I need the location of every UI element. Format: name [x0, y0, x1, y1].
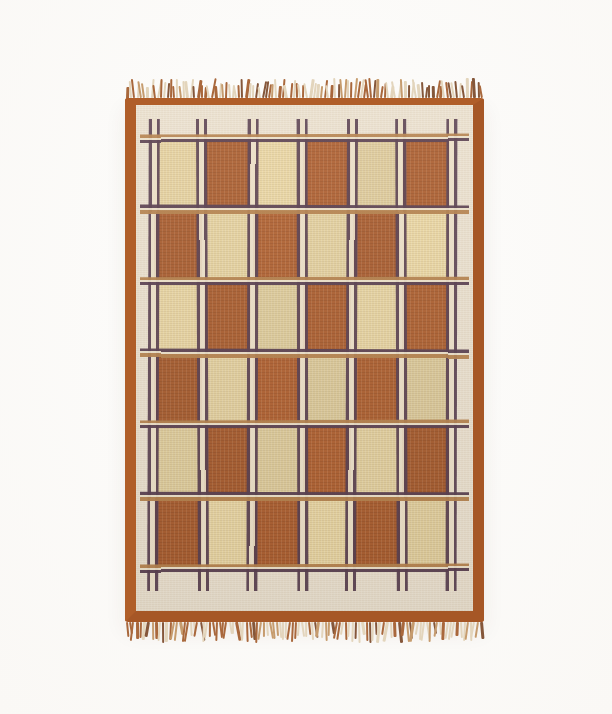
rug-block-r6c3	[252, 496, 302, 568]
rug-body	[125, 98, 484, 622]
fringe-thread	[239, 622, 243, 641]
rug-block-r1c3	[252, 138, 302, 210]
fringe-thread	[382, 622, 388, 642]
fringe-thread	[129, 81, 132, 98]
fringe-thread	[219, 622, 223, 638]
fringe-thread	[351, 622, 354, 642]
rug	[125, 76, 484, 643]
fringe-thread	[241, 79, 243, 98]
fringe-thread	[391, 81, 396, 98]
fringe-thread	[178, 86, 181, 98]
fringe-thread	[363, 84, 367, 98]
fringe-thread	[252, 622, 257, 641]
fringe-thread	[272, 622, 276, 640]
photo-background	[0, 0, 612, 714]
fringe-thread	[235, 622, 242, 641]
fringe-thread	[152, 622, 154, 640]
fringe-thread	[313, 82, 317, 98]
fringe-thread	[197, 80, 203, 98]
fringe-thread	[232, 85, 235, 98]
fringe-thread	[293, 80, 296, 98]
fringe-thread	[225, 81, 228, 98]
fringe-thread	[209, 622, 211, 637]
fringe-thread	[459, 83, 462, 98]
rug-block-r3c6	[401, 281, 451, 353]
fringe-thread	[255, 83, 259, 99]
fringe-thread	[245, 79, 250, 98]
fringe-thread	[309, 78, 315, 98]
fringe-thread	[296, 83, 298, 98]
fringe-thread	[172, 86, 175, 98]
fringe-thread	[131, 79, 135, 98]
fringe-thread	[162, 622, 164, 643]
rug-block-r6c4	[302, 496, 352, 568]
rug-block-r5c5	[352, 425, 402, 497]
fringe-thread	[282, 622, 284, 640]
fringe-thread	[256, 622, 259, 643]
fringe-thread	[321, 622, 324, 638]
fringe-thread	[411, 82, 415, 98]
fringe-thread	[268, 84, 272, 98]
rug-block-r2c3	[252, 210, 302, 282]
fringe-thread	[455, 81, 459, 99]
fringe-bottom	[126, 622, 483, 643]
fringe-thread	[184, 622, 189, 642]
fringe-thread	[448, 622, 452, 640]
rug-block-r4c2	[203, 353, 253, 425]
fringe-thread	[393, 622, 397, 637]
fringe-thread	[269, 622, 274, 639]
fringe-thread	[390, 86, 394, 98]
fringe-thread	[265, 81, 269, 98]
fringe-thread	[145, 622, 150, 638]
rug-block-r6c5	[352, 496, 402, 568]
fringe-thread	[214, 85, 218, 98]
fringe-thread	[339, 78, 343, 98]
fringe-thread	[221, 84, 224, 98]
fringe-thread	[369, 622, 372, 643]
fringe-thread	[336, 622, 341, 640]
fringe-thread	[400, 79, 403, 98]
fringe-thread	[169, 622, 172, 640]
fringe-thread	[126, 86, 129, 98]
fringe-thread	[472, 78, 476, 98]
fringe-thread	[347, 80, 349, 98]
fringe-thread	[151, 79, 155, 98]
fringe-thread	[433, 622, 437, 634]
fringe-thread	[375, 622, 378, 635]
fringe-thread	[426, 622, 431, 639]
fringe-thread	[325, 85, 329, 98]
fringe-thread	[201, 85, 203, 98]
fringe-thread	[380, 86, 384, 98]
rug-block-r3c2	[203, 281, 253, 353]
fringe-thread	[470, 81, 473, 98]
fringe-thread	[263, 622, 265, 637]
fringe-thread	[348, 622, 351, 637]
fringe-thread	[242, 622, 245, 640]
rug-block-r2c2	[203, 210, 253, 282]
fringe-thread	[157, 622, 161, 641]
fringe-thread	[368, 78, 372, 98]
fringe-thread	[464, 622, 468, 640]
fringe-thread	[433, 622, 438, 637]
fringe-thread	[249, 83, 252, 98]
fringe-thread	[297, 622, 300, 636]
fringe-thread	[200, 622, 205, 641]
fringe-thread	[409, 622, 413, 639]
fringe-thread	[357, 81, 361, 98]
fringe-thread	[184, 81, 189, 98]
fringe-thread	[176, 79, 178, 98]
fringe-thread	[221, 622, 224, 636]
fringe-thread	[444, 622, 449, 639]
fringe-thread	[246, 622, 249, 642]
rug-block-r4c3	[252, 353, 302, 425]
fringe-thread	[371, 622, 374, 641]
fringe-thread	[478, 85, 482, 98]
rug-block-r1c5	[352, 138, 402, 210]
fringe-thread	[334, 78, 337, 98]
rug-block-r2c6	[401, 210, 451, 282]
fringe-thread	[470, 622, 472, 641]
fringe-thread	[286, 622, 291, 640]
fringe-thread	[345, 622, 347, 640]
fringe-thread	[376, 622, 381, 643]
fringe-thread	[409, 622, 415, 642]
fringe-thread	[404, 81, 407, 98]
fringe-thread	[360, 79, 365, 98]
fringe-thread	[252, 85, 254, 98]
fringe-thread	[325, 622, 328, 641]
fringe-thread	[400, 622, 405, 636]
fringe-thread	[324, 80, 328, 98]
fringe-thread	[421, 82, 424, 98]
fringe-thread	[411, 79, 416, 98]
fringe-thread	[439, 86, 443, 98]
fringe-thread	[211, 78, 217, 98]
fringe-thread	[279, 622, 282, 638]
rug-block-r5c6	[401, 425, 451, 497]
fringe-thread	[414, 622, 418, 635]
fringe-thread	[182, 81, 185, 98]
fringe-thread	[350, 82, 352, 98]
fringe-thread	[301, 622, 305, 637]
fringe-thread	[157, 80, 162, 98]
fringe-thread	[474, 622, 478, 638]
fringe-thread	[385, 82, 389, 98]
fringe-thread	[262, 81, 267, 98]
fringe-thread	[204, 87, 208, 99]
rug-block-r6c6	[401, 496, 451, 568]
fringe-thread	[305, 622, 307, 637]
fringe-thread	[228, 84, 231, 98]
fringe-thread	[302, 85, 304, 98]
rug-field	[136, 105, 473, 611]
fringe-thread	[170, 622, 175, 640]
rug-block-r6c2	[203, 496, 253, 568]
fringe-thread	[215, 622, 218, 641]
fringe-thread	[202, 622, 205, 642]
fringe-thread	[320, 86, 323, 98]
fringe-thread	[477, 82, 479, 98]
checker-grid	[153, 138, 451, 568]
rug-block-r1c1	[153, 138, 203, 210]
rug-block-r5c2	[203, 425, 253, 497]
fringe-thread	[398, 622, 403, 643]
fringe-thread	[338, 84, 340, 98]
fringe-thread	[303, 83, 308, 98]
fringe-thread	[160, 79, 163, 98]
fringe-thread	[445, 82, 449, 99]
fringe-thread	[290, 83, 293, 98]
fringe-thread	[429, 622, 431, 642]
rug-block-r4c5	[352, 353, 402, 425]
fringe-thread	[130, 622, 134, 641]
fringe-thread	[238, 85, 241, 98]
fringe-thread	[146, 87, 149, 98]
fringe-thread	[428, 85, 430, 98]
fringe-thread	[470, 622, 475, 638]
fringe-thread	[340, 622, 344, 635]
fringe-thread	[333, 622, 338, 639]
fringe-thread	[137, 84, 140, 98]
fringe-thread	[229, 622, 233, 634]
fringe-thread	[354, 78, 358, 98]
rug-block-r3c1	[153, 281, 203, 353]
fringe-thread	[152, 84, 156, 98]
fringe-thread	[271, 84, 274, 98]
fringe-thread	[155, 622, 158, 639]
fringe-thread	[294, 622, 297, 639]
rug-block-r5c3	[252, 425, 302, 497]
fringe-top	[126, 76, 483, 98]
fringe-thread	[328, 622, 330, 636]
fringe-thread	[460, 622, 463, 638]
fringe-thread	[249, 622, 253, 638]
fringe-thread	[219, 83, 222, 98]
fringe-thread	[390, 622, 393, 638]
fringe-thread	[181, 622, 185, 642]
rug-block-r4c4	[302, 353, 352, 425]
rug-block-r5c4	[302, 425, 352, 497]
fringe-thread	[266, 622, 269, 636]
fringe-thread	[419, 622, 422, 640]
fringe-thread	[316, 84, 320, 98]
fringe-thread	[466, 78, 469, 98]
fringe-thread	[291, 622, 294, 642]
fringe-thread	[257, 622, 262, 640]
rug-block-r5c1	[153, 425, 203, 497]
fringe-thread	[381, 622, 385, 635]
fringe-thread	[126, 622, 129, 637]
fringe-thread	[129, 622, 133, 635]
fringe-thread	[141, 83, 145, 98]
fringe-thread	[276, 622, 279, 636]
rug-block-r4c1	[153, 353, 203, 425]
fringe-thread	[416, 84, 420, 98]
fringe-thread	[480, 622, 484, 639]
fringe-thread	[193, 86, 196, 98]
rug-block-r2c1	[153, 210, 203, 282]
rug-block-r3c3	[252, 281, 302, 353]
fringe-thread	[139, 622, 141, 638]
fringe-thread	[439, 622, 442, 635]
fringe-thread	[398, 81, 402, 98]
fringe-thread	[274, 79, 277, 98]
fringe-thread	[425, 87, 428, 98]
fringe-thread	[285, 622, 287, 638]
fringe-thread	[450, 622, 455, 638]
fringe-thread	[170, 79, 172, 98]
fringe-thread	[463, 622, 466, 641]
fringe-thread	[223, 622, 228, 639]
fringe-thread	[421, 622, 426, 641]
fringe-thread	[167, 83, 170, 98]
fringe-thread	[364, 79, 369, 98]
fringe-thread	[447, 82, 452, 98]
rug-block-r1c4	[302, 138, 352, 210]
fringe-thread	[461, 85, 465, 98]
fringe-thread	[408, 85, 410, 98]
fringe-thread	[311, 622, 314, 640]
rug-block-r2c4	[302, 210, 352, 282]
fringe-thread	[344, 79, 347, 98]
fringe-thread	[142, 622, 146, 641]
rug-block-r3c4	[302, 281, 352, 353]
fringe-thread	[314, 622, 319, 638]
fringe-thread	[190, 79, 194, 98]
fringe-thread	[330, 85, 334, 99]
fringe-thread	[194, 622, 199, 637]
fringe-thread	[179, 622, 184, 635]
fringe-thread	[315, 622, 320, 637]
rug-block-r1c2	[203, 138, 253, 210]
rug-block-r2c5	[352, 210, 402, 282]
fringe-thread	[431, 86, 434, 98]
fringe-thread	[174, 622, 178, 641]
fringe-thread	[361, 622, 366, 636]
fringe-thread	[366, 622, 368, 641]
fringe-thread	[354, 622, 356, 639]
rug-block-r4c6	[401, 353, 451, 425]
fringe-thread	[190, 622, 193, 636]
fringe-thread	[331, 622, 336, 635]
fringe-thread	[373, 80, 376, 98]
fringe-thread	[163, 82, 166, 99]
fringe-thread	[165, 622, 168, 642]
fringe-thread	[233, 86, 237, 98]
fringe-thread	[283, 84, 288, 98]
fringe-thread	[456, 622, 460, 636]
rug-block-r1c6	[401, 138, 451, 210]
fringe-thread	[308, 622, 311, 635]
rug-block-r3c5	[352, 281, 402, 353]
fringe-thread	[406, 622, 410, 642]
fringe-thread	[442, 622, 446, 640]
fringe-thread	[450, 82, 455, 98]
fringe-thread	[278, 86, 282, 98]
fringe-thread	[136, 622, 139, 639]
fringe-thread	[436, 80, 441, 98]
fringe-thread	[212, 622, 216, 636]
fringe-thread	[282, 79, 286, 98]
fringe-thread	[193, 622, 196, 635]
fringe-thread	[232, 622, 234, 634]
fringe-thread	[204, 622, 208, 638]
fringe-thread	[257, 86, 260, 98]
rug-block-r6c1	[153, 496, 203, 568]
fringe-thread	[376, 79, 379, 98]
fringe-thread	[358, 622, 361, 643]
fringe-thread	[441, 80, 445, 98]
fringe-thread	[206, 85, 210, 99]
fringe-thread	[137, 81, 142, 98]
fringe-thread	[297, 84, 301, 98]
fringe-thread	[384, 83, 387, 98]
